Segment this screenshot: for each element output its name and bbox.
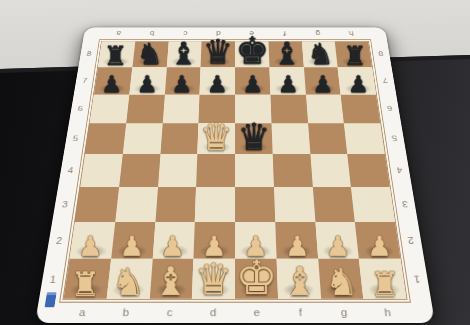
chess-board-mat: ♜♞♝♛♚♝♞♜♟♟♟♟♟♟♟♟♛♛♟♟♟♟♟♟♟♟♜♞♝♛♚♝♞♜ abcde… [35,27,435,323]
square-a4[interactable] [80,154,122,187]
square-h3[interactable] [351,187,395,222]
rank-label-right-5: 5 [385,123,403,154]
square-g4[interactable] [310,154,351,187]
square-h5[interactable] [344,123,385,154]
square-f3[interactable] [274,187,315,222]
piece-black-rook-h8[interactable]: ♜ [343,42,367,69]
square-c5[interactable] [160,123,199,154]
square-g5[interactable] [308,123,348,154]
square-f5[interactable] [271,123,310,154]
square-e4[interactable] [235,154,274,187]
file-label-h: h [365,304,411,321]
square-d1[interactable]: ♛ [192,259,235,299]
square-h2[interactable]: ♟ [355,222,401,259]
piece-black-bishop-f8[interactable]: ♝ [272,38,300,69]
square-h1[interactable]: ♜ [359,259,406,299]
square-a5[interactable] [85,123,126,154]
piece-white-pawn-f2[interactable]: ♟ [285,233,310,261]
square-d8[interactable]: ♛ [201,41,235,67]
board-grid: ♜♞♝♛♚♝♞♜♟♟♟♟♟♟♟♟♛♛♟♟♟♟♟♟♟♟♜♞♝♛♚♝♞♜ [62,41,407,300]
square-g6[interactable] [306,94,344,123]
piece-white-rook-h1[interactable]: ♜ [370,267,400,301]
square-h4[interactable] [347,154,389,187]
piece-black-pawn-a7[interactable]: ♟ [101,73,122,96]
file-label-c: c [147,304,192,321]
square-a3[interactable] [75,187,119,222]
square-c7[interactable]: ♟ [164,67,200,94]
square-c6[interactable] [162,94,199,123]
square-d2[interactable]: ♟ [194,222,235,259]
square-c3[interactable] [155,187,196,222]
square-d3[interactable] [195,187,235,222]
piece-white-knight-g1[interactable]: ♞ [325,263,359,301]
piece-black-pawn-b7[interactable]: ♟ [136,73,157,96]
square-b4[interactable] [119,154,160,187]
piece-white-queen-d1[interactable]: ♛ [195,258,233,300]
square-c8[interactable]: ♝ [166,41,201,67]
piece-black-pawn-g7[interactable]: ♟ [313,73,334,96]
square-h6[interactable] [341,94,381,123]
piece-black-queen-d8[interactable]: ♛ [203,35,233,69]
square-g2[interactable]: ♟ [315,222,359,259]
piece-white-rook-a1[interactable]: ♜ [70,267,100,301]
square-a8[interactable]: ♜ [98,41,135,67]
piece-black-knight-g8[interactable]: ♞ [307,39,334,69]
square-b6[interactable] [126,94,164,123]
file-label-a: a [59,304,105,321]
piece-white-king-e1[interactable]: ♚ [235,253,277,300]
rank-label-left-5: 5 [66,123,84,154]
square-c1[interactable]: ♝ [149,259,193,299]
file-label-b: b [103,304,148,321]
file-label-f: f [278,304,323,321]
piece-black-pawn-f7[interactable]: ♟ [277,73,298,96]
rank-label-right-8: 8 [373,41,389,67]
file-label-top-e: e [235,29,268,39]
square-b1[interactable]: ♞ [106,259,152,299]
piece-black-pawn-h7[interactable]: ♟ [348,73,369,96]
square-e8[interactable]: ♚ [235,41,269,67]
rank-label-right-4: 4 [390,154,409,187]
square-a1[interactable]: ♜ [64,259,111,299]
rank-label-left-7: 7 [76,67,93,94]
maker-logo-icon [45,295,57,307]
piece-white-pawn-b2[interactable]: ♟ [119,233,144,261]
square-e5[interactable]: ♛ [235,123,272,154]
square-b8[interactable]: ♞ [132,41,168,67]
rank-label-right-7: 7 [377,67,394,94]
square-a2[interactable]: ♟ [70,222,116,259]
square-f1[interactable]: ♝ [276,259,320,299]
file-labels-top: abcdefgh [101,29,368,39]
file-label-top-b: b [135,29,169,39]
square-e1[interactable]: ♚ [235,259,278,299]
square-g7[interactable]: ♟ [304,67,341,94]
piece-black-rook-a8[interactable]: ♜ [103,42,127,69]
square-b7[interactable]: ♟ [129,67,166,94]
rank-label-right-2: 2 [400,222,421,260]
piece-white-pawn-g2[interactable]: ♟ [326,233,351,261]
rank-label-left-2: 2 [49,222,70,260]
photo-stage: ♜♞♝♛♚♝♞♜♟♟♟♟♟♟♟♟♛♛♟♟♟♟♟♟♟♟♜♞♝♛♚♝♞♜ abcde… [0,0,470,325]
file-labels-bottom: abcdefgh [59,304,410,321]
square-g3[interactable] [312,187,355,222]
square-f7[interactable]: ♟ [269,67,305,94]
rank-label-left-3: 3 [55,187,75,222]
square-h7[interactable]: ♟ [338,67,376,94]
square-e3[interactable] [235,187,275,222]
rank-label-left-6: 6 [71,94,89,123]
file-label-top-a: a [101,29,136,39]
rank-label-right-1: 1 [406,260,428,300]
square-b5[interactable] [123,123,163,154]
rank-label-right-3: 3 [395,187,415,222]
square-f8[interactable]: ♝ [268,41,303,67]
square-c4[interactable] [158,154,198,187]
piece-white-pawn-c2[interactable]: ♟ [161,233,186,261]
square-f2[interactable]: ♟ [275,222,318,259]
piece-black-pawn-d7[interactable]: ♟ [207,73,228,96]
piece-black-pawn-e7[interactable]: ♟ [242,73,263,96]
square-d7[interactable]: ♟ [200,67,235,94]
file-label-top-c: c [168,29,202,39]
square-a6[interactable] [90,94,130,123]
square-b2[interactable]: ♟ [111,222,155,259]
file-label-top-d: d [202,29,235,39]
piece-white-pawn-h2[interactable]: ♟ [367,233,392,261]
piece-black-queen-e5[interactable]: ♛ [237,119,270,156]
square-b3[interactable] [115,187,158,222]
square-e7[interactable]: ♟ [235,67,270,94]
piece-white-bishop-c1[interactable]: ♝ [153,261,188,301]
file-label-top-h: h [334,29,369,39]
piece-white-bishop-f1[interactable]: ♝ [282,261,317,301]
piece-white-pawn-a2[interactable]: ♟ [78,233,103,261]
square-d5[interactable]: ♛ [198,123,235,154]
file-label-d: d [191,304,235,321]
square-f6[interactable] [270,94,307,123]
square-h8[interactable]: ♜ [335,41,372,67]
piece-black-bishop-c8[interactable]: ♝ [170,38,198,69]
square-g8[interactable]: ♞ [302,41,338,67]
square-d4[interactable] [196,154,235,187]
rank-label-left-4: 4 [61,154,80,187]
file-label-top-g: g [301,29,335,39]
file-label-g: g [322,304,367,321]
rank-label-left-8: 8 [81,41,97,67]
piece-black-knight-b8[interactable]: ♞ [136,39,163,69]
square-c2[interactable]: ♟ [152,222,195,259]
scene: ♜♞♝♛♚♝♞♜♟♟♟♟♟♟♟♟♛♛♟♟♟♟♟♟♟♟♜♞♝♛♚♝♞♜ abcde… [0,0,470,325]
square-a7[interactable]: ♟ [94,67,132,94]
square-f4[interactable] [272,154,312,187]
rank-label-right-6: 6 [381,94,399,123]
piece-black-pawn-c7[interactable]: ♟ [172,73,193,96]
rank-label-left-1: 1 [42,260,64,300]
square-g1[interactable]: ♞ [318,259,364,299]
file-label-top-f: f [268,29,302,39]
piece-white-queen-d5[interactable]: ♛ [200,119,233,156]
file-label-e: e [235,304,279,321]
piece-white-knight-b1[interactable]: ♞ [111,263,145,301]
